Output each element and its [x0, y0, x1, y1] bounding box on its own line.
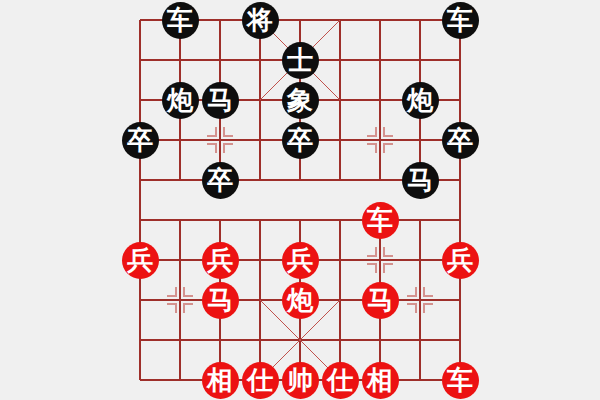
red-soldier[interactable]: 兵 — [282, 242, 319, 279]
red-elephant[interactable]: 相 — [362, 362, 399, 399]
red-chariot[interactable]: 车 — [442, 362, 479, 399]
black-horse[interactable]: 马 — [202, 82, 239, 119]
black-soldier[interactable]: 卒 — [122, 122, 159, 159]
red-advisor[interactable]: 仕 — [322, 362, 359, 399]
black-advisor[interactable]: 士 — [282, 42, 319, 79]
black-cannon[interactable]: 炮 — [162, 82, 199, 119]
red-advisor[interactable]: 仕 — [242, 362, 279, 399]
red-horse[interactable]: 马 — [362, 282, 399, 319]
red-horse[interactable]: 马 — [202, 282, 239, 319]
black-chariot[interactable]: 车 — [442, 2, 479, 39]
black-chariot[interactable]: 车 — [162, 2, 199, 39]
black-soldier[interactable]: 卒 — [442, 122, 479, 159]
black-cannon[interactable]: 炮 — [402, 82, 439, 119]
red-soldier[interactable]: 兵 — [442, 242, 479, 279]
red-elephant[interactable]: 相 — [202, 362, 239, 399]
red-cannon[interactable]: 炮 — [282, 282, 319, 319]
black-general[interactable]: 将 — [242, 2, 279, 39]
black-soldier[interactable]: 卒 — [202, 162, 239, 199]
red-general[interactable]: 帅 — [282, 362, 319, 399]
red-chariot[interactable]: 车 — [362, 202, 399, 239]
black-elephant[interactable]: 象 — [282, 82, 319, 119]
red-soldier[interactable]: 兵 — [122, 242, 159, 279]
piece-layer: 车将车士炮马象炮卒卒卒卒马车兵兵兵兵马炮马相仕帅仕相车 — [120, 0, 480, 400]
red-soldier[interactable]: 兵 — [202, 242, 239, 279]
black-horse[interactable]: 马 — [402, 162, 439, 199]
xiangqi-board: 车将车士炮马象炮卒卒卒卒马车兵兵兵兵马炮马相仕帅仕相车 — [0, 0, 600, 400]
black-soldier[interactable]: 卒 — [282, 122, 319, 159]
